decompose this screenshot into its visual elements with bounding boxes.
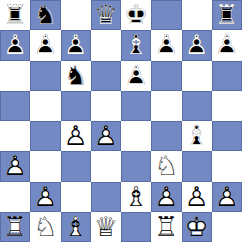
black-knight-piece[interactable]: ♞♘ <box>30 0 60 30</box>
white-bishop-glyph-outline: ♗ <box>121 182 151 212</box>
white-pawn-glyph-outline: ♙ <box>212 182 242 212</box>
square-h3[interactable] <box>212 151 242 181</box>
square-d3[interactable] <box>91 151 121 181</box>
black-pawn-glyph-outline: ♙ <box>30 30 60 60</box>
square-f4[interactable] <box>151 121 181 151</box>
square-h5[interactable] <box>212 91 242 121</box>
square-f7[interactable]: ♟♙ <box>151 30 181 60</box>
black-king-glyph-outline: ♔ <box>121 0 151 30</box>
square-f2[interactable]: ♟♙ <box>151 182 181 212</box>
square-b8[interactable]: ♞♘ <box>30 0 60 30</box>
square-d6[interactable] <box>91 61 121 91</box>
black-pawn-piece[interactable]: ♟♙ <box>182 30 212 60</box>
black-pawn-glyph-outline: ♙ <box>0 30 30 60</box>
square-g4[interactable]: ♝♗ <box>182 121 212 151</box>
square-e1[interactable] <box>121 212 151 242</box>
square-c8[interactable] <box>61 0 91 30</box>
black-rook-piece[interactable]: ♜♖ <box>0 0 30 30</box>
square-b2[interactable]: ♟♙ <box>30 182 60 212</box>
square-a4[interactable] <box>0 121 30 151</box>
black-queen-piece[interactable]: ♛♕ <box>91 0 121 30</box>
white-pawn-piece[interactable]: ♟♙ <box>30 182 60 212</box>
black-knight-glyph-outline: ♘ <box>30 0 60 30</box>
square-f5[interactable] <box>151 91 181 121</box>
square-f6[interactable] <box>151 61 181 91</box>
white-bishop-piece[interactable]: ♝♗ <box>121 182 151 212</box>
white-king-glyph-outline: ♔ <box>182 212 212 242</box>
square-d7[interactable] <box>91 30 121 60</box>
square-b3[interactable] <box>30 151 60 181</box>
square-d4[interactable]: ♟♙ <box>91 121 121 151</box>
black-rook-glyph-outline: ♖ <box>212 0 242 30</box>
white-bishop-piece[interactable]: ♝♗ <box>61 212 91 242</box>
white-pawn-piece[interactable]: ♟♙ <box>0 151 30 181</box>
black-pawn-piece[interactable]: ♟♙ <box>121 61 151 91</box>
square-e8[interactable]: ♚♔ <box>121 0 151 30</box>
square-e7[interactable]: ♝♗ <box>121 30 151 60</box>
white-pawn-glyph-outline: ♙ <box>151 182 181 212</box>
square-e4[interactable] <box>121 121 151 151</box>
white-knight-glyph-outline: ♘ <box>151 151 181 181</box>
white-pawn-glyph-outline: ♙ <box>61 121 91 151</box>
square-h1[interactable] <box>212 212 242 242</box>
white-rook-glyph-outline: ♖ <box>151 212 181 242</box>
square-c3[interactable] <box>61 151 91 181</box>
black-pawn-glyph-outline: ♙ <box>151 30 181 60</box>
white-bishop-glyph-outline: ♗ <box>61 212 91 242</box>
white-pawn-glyph-outline: ♙ <box>91 121 121 151</box>
white-pawn-glyph-outline: ♙ <box>182 182 212 212</box>
square-b6[interactable] <box>30 61 60 91</box>
white-pawn-glyph-outline: ♙ <box>30 182 60 212</box>
square-e5[interactable] <box>121 91 151 121</box>
black-pawn-piece[interactable]: ♟♙ <box>30 30 60 60</box>
black-pawn-glyph-outline: ♙ <box>121 61 151 91</box>
black-bishop-glyph-outline: ♗ <box>182 121 212 151</box>
square-c7[interactable]: ♟♙ <box>61 30 91 60</box>
square-a3[interactable]: ♟♙ <box>0 151 30 181</box>
black-bishop-piece[interactable]: ♝♗ <box>121 30 151 60</box>
black-bishop-piece[interactable]: ♝♗ <box>182 121 212 151</box>
square-e6[interactable]: ♟♙ <box>121 61 151 91</box>
square-h4[interactable] <box>212 121 242 151</box>
square-h6[interactable] <box>212 61 242 91</box>
white-pawn-piece[interactable]: ♟♙ <box>91 121 121 151</box>
square-g7[interactable]: ♟♙ <box>182 30 212 60</box>
black-pawn-glyph-outline: ♙ <box>212 30 242 60</box>
square-a2[interactable] <box>0 182 30 212</box>
square-a1[interactable]: ♜♖ <box>0 212 30 242</box>
square-g1[interactable]: ♚♔ <box>182 212 212 242</box>
square-a7[interactable]: ♟♙ <box>0 30 30 60</box>
black-pawn-piece[interactable]: ♟♙ <box>61 30 91 60</box>
square-c5[interactable] <box>61 91 91 121</box>
square-g6[interactable] <box>182 61 212 91</box>
square-f8[interactable] <box>151 0 181 30</box>
black-pawn-glyph-outline: ♙ <box>61 30 91 60</box>
black-pawn-glyph-outline: ♙ <box>182 30 212 60</box>
white-knight-piece[interactable]: ♞♘ <box>151 151 181 181</box>
square-g5[interactable] <box>182 91 212 121</box>
square-c4[interactable]: ♟♙ <box>61 121 91 151</box>
black-pawn-piece[interactable]: ♟♙ <box>212 30 242 60</box>
black-king-piece[interactable]: ♚♔ <box>121 0 151 30</box>
square-c2[interactable] <box>61 182 91 212</box>
square-d2[interactable] <box>91 182 121 212</box>
white-pawn-piece[interactable]: ♟♙ <box>61 121 91 151</box>
square-g3[interactable] <box>182 151 212 181</box>
square-b1[interactable]: ♞♘ <box>30 212 60 242</box>
square-c1[interactable]: ♝♗ <box>61 212 91 242</box>
black-pawn-piece[interactable]: ♟♙ <box>0 30 30 60</box>
square-a8[interactable]: ♜♖ <box>0 0 30 30</box>
black-knight-piece[interactable]: ♞♘ <box>61 61 91 91</box>
black-rook-glyph-outline: ♖ <box>0 0 30 30</box>
square-h8[interactable]: ♜♖ <box>212 0 242 30</box>
square-h2[interactable]: ♟♙ <box>212 182 242 212</box>
square-c6[interactable]: ♞♘ <box>61 61 91 91</box>
chess-board: ♜♖♞♘♛♕♚♔♜♖♟♙♟♙♟♙♝♗♟♙♟♙♟♙♞♘♟♙♟♙♟♙♝♗♟♙♞♘♟♙… <box>0 0 242 242</box>
square-d5[interactable] <box>91 91 121 121</box>
square-b7[interactable]: ♟♙ <box>30 30 60 60</box>
square-a6[interactable] <box>0 61 30 91</box>
white-rook-glyph-outline: ♖ <box>0 212 30 242</box>
white-pawn-piece[interactable]: ♟♙ <box>151 182 181 212</box>
square-b4[interactable] <box>30 121 60 151</box>
white-queen-glyph-outline: ♕ <box>91 212 121 242</box>
white-knight-piece[interactable]: ♞♘ <box>30 212 60 242</box>
white-knight-glyph-outline: ♘ <box>30 212 60 242</box>
white-pawn-piece[interactable]: ♟♙ <box>182 182 212 212</box>
square-d1[interactable]: ♛♕ <box>91 212 121 242</box>
white-pawn-glyph-outline: ♙ <box>0 151 30 181</box>
square-g2[interactable]: ♟♙ <box>182 182 212 212</box>
black-pawn-piece[interactable]: ♟♙ <box>151 30 181 60</box>
black-knight-glyph-outline: ♘ <box>61 61 91 91</box>
white-queen-piece[interactable]: ♛♕ <box>91 212 121 242</box>
square-f1[interactable]: ♜♖ <box>151 212 181 242</box>
square-b5[interactable] <box>30 91 60 121</box>
square-d8[interactable]: ♛♕ <box>91 0 121 30</box>
white-rook-piece[interactable]: ♜♖ <box>151 212 181 242</box>
black-rook-piece[interactable]: ♜♖ <box>212 0 242 30</box>
white-rook-piece[interactable]: ♜♖ <box>0 212 30 242</box>
square-e3[interactable] <box>121 151 151 181</box>
square-f3[interactable]: ♞♘ <box>151 151 181 181</box>
square-a5[interactable] <box>0 91 30 121</box>
black-bishop-glyph-outline: ♗ <box>121 30 151 60</box>
square-h7[interactable]: ♟♙ <box>212 30 242 60</box>
white-king-piece[interactable]: ♚♔ <box>182 212 212 242</box>
square-e2[interactable]: ♝♗ <box>121 182 151 212</box>
square-g8[interactable] <box>182 0 212 30</box>
white-pawn-piece[interactable]: ♟♙ <box>212 182 242 212</box>
black-queen-glyph-outline: ♕ <box>91 0 121 30</box>
